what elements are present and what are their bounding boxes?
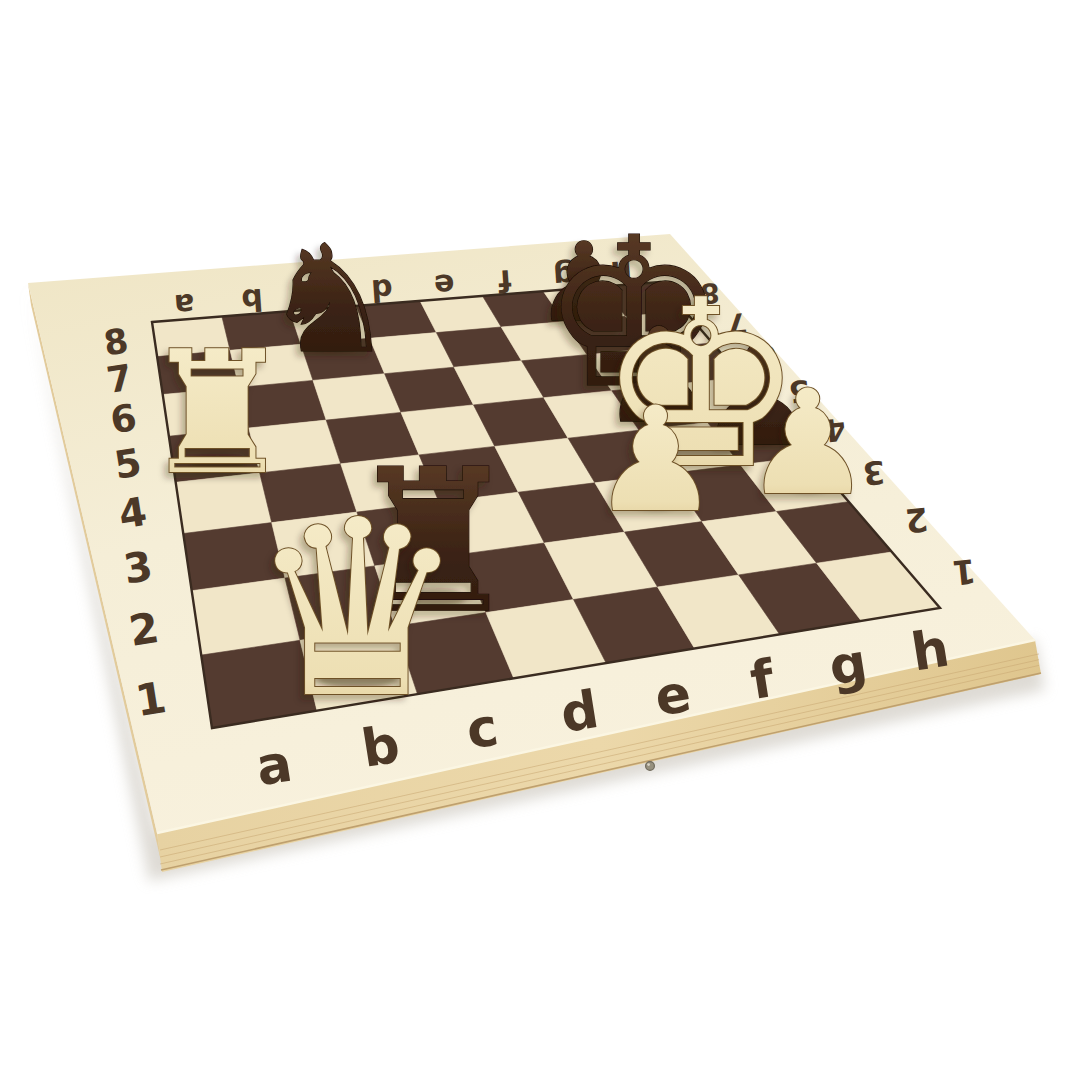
file-label-far-e: e <box>433 267 456 303</box>
chessboard-photo: aabbccddeeffgghh1122334455667788♞♟♚♜♟♟♚♟… <box>0 0 1080 1080</box>
board-scene: aabbccddeeffgghh1122334455667788♞♟♚♜♟♟♚♟… <box>0 0 1080 1080</box>
rank-label-right-1: 1 <box>951 551 978 592</box>
file-label-far-b: b <box>240 282 264 318</box>
piece-white-queen-b1: ♛ <box>248 468 467 751</box>
piece-white-pawn-h3: ♟ <box>743 359 873 527</box>
rank-label-right-2: 2 <box>903 499 930 539</box>
hinge-screw-highlight <box>647 763 650 766</box>
piece-white-pawn-f3: ♟ <box>591 376 721 544</box>
hinge-screw-dot <box>646 762 655 771</box>
